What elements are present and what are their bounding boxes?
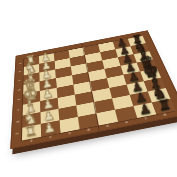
square-d3[interactable] [55,76,73,89]
chess-board: ♜♟♟♜♞♟♟♞♝♟♟♝♛♟♟♛♚♟♟♚♝♟♟♝♞♟♟♞♜♟♟♜ 1234567… [10,31,177,150]
file-label-h: h [13,127,21,141]
board-frame: ♜♟♟♜♞♟♟♞♝♟♟♝♛♟♟♛♚♟♟♚♝♟♟♝♞♟♟♞♜♟♟♜ 1234567… [10,31,177,150]
chess-set-photo: ♜♟♟♜♞♟♟♞♝♟♟♝♛♟♟♛♚♟♟♚♝♟♟♝♞♟♟♞♜♟♟♜ 1234567… [0,0,177,177]
square-d6[interactable] [104,66,123,78]
board-perspective-wrapper: ♜♟♟♜♞♟♟♞♝♟♟♝♛♟♟♛♚♟♟♚♝♟♟♝♞♟♟♞♜♟♟♜ 1234567… [0,0,177,172]
square-d5[interactable] [88,69,107,81]
